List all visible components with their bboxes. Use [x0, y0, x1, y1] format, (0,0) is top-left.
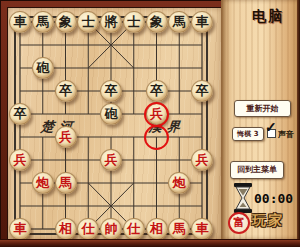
undo-label: 悔棋 — [237, 130, 251, 138]
piece-兵[interactable]: 兵 — [191, 149, 213, 171]
undo-count: 3 — [254, 130, 259, 138]
hourglass-icon — [233, 183, 253, 213]
piece-車[interactable]: 車 — [9, 218, 31, 240]
piece-卒[interactable]: 卒 — [9, 103, 31, 125]
player-clock: 00:00 — [254, 191, 293, 206]
piece-將[interactable]: 將 — [100, 11, 122, 33]
piece-砲[interactable]: 砲 — [32, 57, 54, 79]
sound-checkmark-icon[interactable]: ✓ — [265, 119, 277, 135]
main-menu-button[interactable]: 回到主菜单 — [230, 161, 284, 179]
window-right-border — [297, 0, 300, 247]
restart-button[interactable]: 重新开始 — [234, 100, 291, 117]
piece-相[interactable]: 相 — [146, 218, 168, 240]
piece-卒[interactable]: 卒 — [100, 80, 122, 102]
game-window: 楚河 漢界 車馬象士將士象馬車砲卒卒卒卒卒砲兵兵兵兵兵炮馬炮車相仕帥仕相馬車 电… — [0, 0, 300, 247]
side-panel: 电脑 重新开始 悔棋 3 ✓ 声音 回到主菜单 00:00 富 玩家 — [221, 0, 297, 239]
piece-卒[interactable]: 卒 — [146, 80, 168, 102]
undo-move-button[interactable]: 悔棋 3 — [232, 127, 264, 141]
piece-相[interactable]: 相 — [55, 218, 77, 240]
computer-player-label: 电脑 — [239, 8, 297, 26]
piece-馬[interactable]: 馬 — [55, 172, 77, 194]
piece-兵[interactable]: 兵 — [55, 126, 77, 148]
piece-車[interactable]: 車 — [191, 11, 213, 33]
piece-兵[interactable]: 兵 — [9, 149, 31, 171]
piece-卒[interactable]: 卒 — [191, 80, 213, 102]
piece-象[interactable]: 象 — [55, 11, 77, 33]
last-move-from-ring — [144, 125, 169, 150]
player-label: 玩家 — [251, 212, 284, 230]
piece-砲[interactable]: 砲 — [100, 103, 122, 125]
piece-炮[interactable]: 炮 — [32, 172, 54, 194]
piece-車[interactable]: 車 — [9, 11, 31, 33]
piece-士[interactable]: 士 — [123, 11, 145, 33]
piece-兵[interactable]: 兵 — [100, 149, 122, 171]
window-bottom-frame — [0, 239, 300, 247]
piece-仕[interactable]: 仕 — [123, 218, 145, 240]
piece-帥[interactable]: 帥 — [100, 218, 122, 240]
xiangqi-board[interactable]: 楚河 漢界 車馬象士將士象馬車砲卒卒卒卒卒砲兵兵兵兵兵炮馬炮車相仕帥仕相馬車 — [8, 8, 221, 239]
sound-checkbox-label: 声音 — [278, 129, 294, 140]
piece-馬[interactable]: 馬 — [32, 11, 54, 33]
piece-象[interactable]: 象 — [146, 11, 168, 33]
piece-卒[interactable]: 卒 — [55, 80, 77, 102]
piece-車[interactable]: 車 — [191, 218, 213, 240]
player-side-badge: 富 — [228, 212, 250, 234]
last-move-to-ring — [144, 102, 169, 127]
